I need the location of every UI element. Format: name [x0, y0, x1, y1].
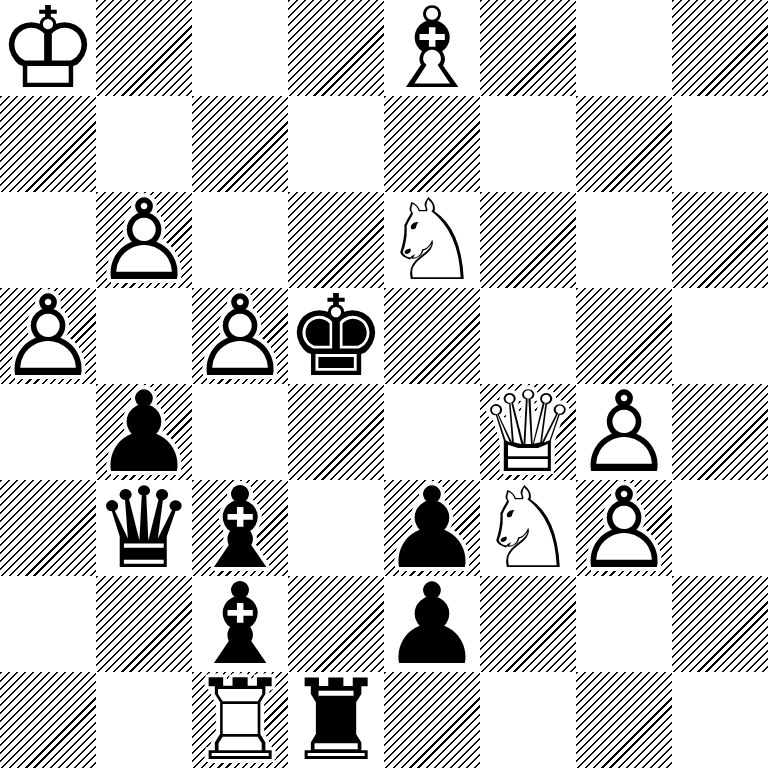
white-pawn-glyph: ♙: [96, 192, 192, 288]
square-a4[interactable]: [0, 384, 96, 480]
square-d3[interactable]: [288, 480, 384, 576]
square-a3[interactable]: [0, 480, 96, 576]
white-knight-glyph: ♘: [384, 192, 480, 288]
piece-white-pawn[interactable]: ♟♙: [0, 288, 96, 384]
piece-white-knight[interactable]: ♞♘: [480, 480, 576, 576]
square-d1[interactable]: ♜♜: [288, 672, 384, 768]
black-king-glyph: ♚: [288, 288, 384, 384]
square-e1[interactable]: [384, 672, 480, 768]
square-e6[interactable]: ♞♘: [384, 192, 480, 288]
square-a8[interactable]: ♚♔: [0, 0, 96, 96]
square-f3[interactable]: ♞♘: [480, 480, 576, 576]
black-queen-glyph: ♛: [96, 480, 192, 576]
square-h5[interactable]: [672, 288, 768, 384]
black-rook-glyph: ♜: [288, 672, 384, 768]
square-g6[interactable]: [576, 192, 672, 288]
square-b2[interactable]: [96, 576, 192, 672]
piece-white-pawn[interactable]: ♟♙: [192, 288, 288, 384]
square-g8[interactable]: [576, 0, 672, 96]
square-h8[interactable]: [672, 0, 768, 96]
square-g2[interactable]: [576, 576, 672, 672]
square-h2[interactable]: [672, 576, 768, 672]
piece-black-queen[interactable]: ♛♛: [96, 480, 192, 576]
square-d5[interactable]: ♚♚: [288, 288, 384, 384]
piece-white-king[interactable]: ♚♔: [0, 0, 96, 96]
white-pawn-glyph: ♙: [576, 480, 672, 576]
square-g7[interactable]: [576, 96, 672, 192]
square-c1[interactable]: ♜♖: [192, 672, 288, 768]
square-b3[interactable]: ♛♛: [96, 480, 192, 576]
square-f7[interactable]: [480, 96, 576, 192]
square-f2[interactable]: [480, 576, 576, 672]
white-pawn-glyph: ♙: [192, 288, 288, 384]
white-bishop-glyph: ♗: [384, 0, 480, 96]
piece-white-pawn[interactable]: ♟♙: [576, 480, 672, 576]
square-h1[interactable]: [672, 672, 768, 768]
square-e8[interactable]: ♝♗: [384, 0, 480, 96]
square-c7[interactable]: [192, 96, 288, 192]
square-f8[interactable]: [480, 0, 576, 96]
square-d7[interactable]: [288, 96, 384, 192]
square-d4[interactable]: [288, 384, 384, 480]
piece-white-knight[interactable]: ♞♘: [384, 192, 480, 288]
piece-black-king[interactable]: ♚♚: [288, 288, 384, 384]
white-king-glyph: ♔: [0, 0, 96, 96]
square-g3[interactable]: ♟♙: [576, 480, 672, 576]
square-d8[interactable]: [288, 0, 384, 96]
square-c8[interactable]: [192, 0, 288, 96]
square-b1[interactable]: [96, 672, 192, 768]
chess-board: ♚♔♝♗♟♙♞♘♟♙♟♙♚♚♟♟♛♕♟♙♛♛♝♝♟♟♞♘♟♙♝♝♟♟♜♖♜♜: [0, 0, 768, 768]
white-knight-glyph: ♘: [480, 480, 576, 576]
square-h7[interactable]: [672, 96, 768, 192]
black-pawn-glyph: ♟: [384, 576, 480, 672]
square-a2[interactable]: [0, 576, 96, 672]
square-g1[interactable]: [576, 672, 672, 768]
square-a5[interactable]: ♟♙: [0, 288, 96, 384]
white-rook-glyph: ♖: [192, 672, 288, 768]
white-pawn-glyph: ♙: [0, 288, 96, 384]
square-c5[interactable]: ♟♙: [192, 288, 288, 384]
square-h4[interactable]: [672, 384, 768, 480]
piece-white-bishop[interactable]: ♝♗: [384, 0, 480, 96]
square-e2[interactable]: ♟♟: [384, 576, 480, 672]
square-a1[interactable]: [0, 672, 96, 768]
square-b6[interactable]: ♟♙: [96, 192, 192, 288]
square-h6[interactable]: [672, 192, 768, 288]
square-b8[interactable]: [96, 0, 192, 96]
square-f1[interactable]: [480, 672, 576, 768]
piece-black-pawn[interactable]: ♟♟: [384, 576, 480, 672]
piece-white-pawn[interactable]: ♟♙: [96, 192, 192, 288]
square-a7[interactable]: [0, 96, 96, 192]
piece-white-rook[interactable]: ♜♖: [192, 672, 288, 768]
square-e5[interactable]: [384, 288, 480, 384]
square-h3[interactable]: [672, 480, 768, 576]
piece-black-rook[interactable]: ♜♜: [288, 672, 384, 768]
square-f6[interactable]: [480, 192, 576, 288]
